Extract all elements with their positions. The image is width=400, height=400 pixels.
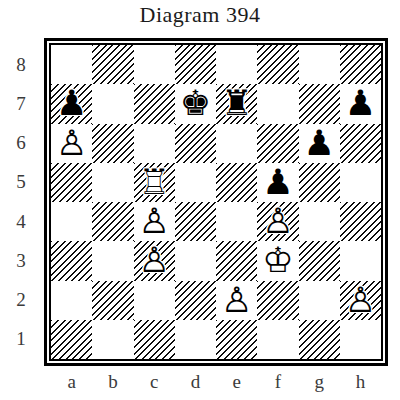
square-g6: ♟♟	[299, 124, 340, 163]
square-a1	[51, 320, 92, 359]
square-h3	[340, 241, 381, 280]
square-c4: ♟♙	[134, 202, 175, 241]
black-pawn-h7: ♟	[340, 84, 381, 123]
square-c3: ♟♙	[134, 241, 175, 280]
square-g4	[299, 202, 340, 241]
file-label-b: b	[92, 369, 133, 395]
square-d6	[175, 124, 216, 163]
square-d1	[175, 320, 216, 359]
square-d5	[175, 163, 216, 202]
square-b5	[92, 163, 133, 202]
square-e3	[216, 241, 257, 280]
square-a4	[51, 202, 92, 241]
square-g2	[299, 281, 340, 320]
square-a6: ♟♙	[51, 124, 92, 163]
square-e2: ♟♙	[216, 281, 257, 320]
square-d2	[175, 281, 216, 320]
file-label-a: a	[51, 369, 92, 395]
square-e8	[216, 45, 257, 84]
square-h8	[340, 45, 381, 84]
square-c8	[134, 45, 175, 84]
square-g7	[299, 84, 340, 123]
rank-label-6: 6	[8, 124, 34, 163]
rank-label-2: 2	[8, 281, 34, 320]
file-label-f: f	[257, 369, 298, 395]
black-rook-fill: ♜	[216, 84, 257, 123]
file-labels: abcdefgh	[51, 369, 381, 395]
white-pawn-fill: ♟	[216, 281, 257, 320]
rank-label-5: 5	[8, 163, 34, 202]
black-pawn-fill: ♟	[257, 163, 298, 202]
square-c1	[134, 320, 175, 359]
square-a8	[51, 45, 92, 84]
white-pawn-e2: ♙	[216, 281, 257, 320]
square-h2: ♟♙	[340, 281, 381, 320]
black-pawn-g6: ♟	[299, 124, 340, 163]
file-label-h: h	[340, 369, 381, 395]
square-a2	[51, 281, 92, 320]
square-g8	[299, 45, 340, 84]
white-rook-fill: ♜	[134, 163, 175, 202]
file-label-g: g	[299, 369, 340, 395]
white-pawn-c4: ♙	[134, 202, 175, 241]
square-e7: ♜♜	[216, 84, 257, 123]
square-g3	[299, 241, 340, 280]
black-pawn-fill: ♟	[340, 84, 381, 123]
white-pawn-fill: ♟	[134, 241, 175, 280]
white-pawn-a6: ♙	[51, 124, 92, 163]
square-f6	[257, 124, 298, 163]
square-h1	[340, 320, 381, 359]
square-b1	[92, 320, 133, 359]
white-pawn-c3: ♙	[134, 241, 175, 280]
square-a3	[51, 241, 92, 280]
white-king-fill: ♚	[257, 241, 298, 280]
square-b3	[92, 241, 133, 280]
square-f7	[257, 84, 298, 123]
black-rook-e7: ♜	[216, 84, 257, 123]
square-a5	[51, 163, 92, 202]
white-pawn-fill: ♟	[257, 202, 298, 241]
black-king-fill: ♚	[175, 84, 216, 123]
square-b8	[92, 45, 133, 84]
black-pawn-f5: ♟	[257, 163, 298, 202]
board-frame: ♟♟♚♚♜♜♟♟♟♙♟♟♜♖♟♟♟♙♟♙♟♙♚♔♟♙♟♙	[44, 38, 388, 366]
square-e1	[216, 320, 257, 359]
square-e4	[216, 202, 257, 241]
square-f2	[257, 281, 298, 320]
file-label-e: e	[216, 369, 257, 395]
white-pawn-f4: ♙	[257, 202, 298, 241]
square-f5: ♟♟	[257, 163, 298, 202]
square-h6	[340, 124, 381, 163]
square-b6	[92, 124, 133, 163]
white-pawn-fill: ♟	[134, 202, 175, 241]
rank-labels: 87654321	[8, 45, 34, 359]
chess-board: ♟♟♚♚♜♜♟♟♟♙♟♟♜♖♟♟♟♙♟♙♟♙♚♔♟♙♟♙	[49, 43, 383, 361]
square-e6	[216, 124, 257, 163]
white-rook-c5: ♖	[134, 163, 175, 202]
square-c2	[134, 281, 175, 320]
square-h7: ♟♟	[340, 84, 381, 123]
rank-label-4: 4	[8, 202, 34, 241]
square-d7: ♚♚	[175, 84, 216, 123]
square-d4	[175, 202, 216, 241]
square-c7	[134, 84, 175, 123]
square-g1	[299, 320, 340, 359]
black-king-d7: ♚	[175, 84, 216, 123]
rank-label-8: 8	[8, 45, 34, 84]
square-b4	[92, 202, 133, 241]
square-f4: ♟♙	[257, 202, 298, 241]
square-e5	[216, 163, 257, 202]
file-label-c: c	[134, 369, 175, 395]
square-d3	[175, 241, 216, 280]
square-a7: ♟♟	[51, 84, 92, 123]
rank-label-3: 3	[8, 241, 34, 280]
black-pawn-fill: ♟	[51, 84, 92, 123]
square-g5	[299, 163, 340, 202]
white-pawn-h2: ♙	[340, 281, 381, 320]
square-f3: ♚♔	[257, 241, 298, 280]
black-pawn-a7: ♟	[51, 84, 92, 123]
square-h5	[340, 163, 381, 202]
diagram-title: Diagram 394	[0, 2, 400, 28]
square-f8	[257, 45, 298, 84]
rank-label-1: 1	[8, 320, 34, 359]
white-king-f3: ♔	[257, 241, 298, 280]
chess-diagram-page: Diagram 394 87654321 ♟♟♚♚♜♜♟♟♟♙♟♟♜♖♟♟♟♙♟…	[0, 0, 400, 400]
square-c5: ♜♖	[134, 163, 175, 202]
square-d8	[175, 45, 216, 84]
square-f1	[257, 320, 298, 359]
square-h4	[340, 202, 381, 241]
square-b2	[92, 281, 133, 320]
white-pawn-fill: ♟	[51, 124, 92, 163]
rank-label-7: 7	[8, 84, 34, 123]
square-b7	[92, 84, 133, 123]
black-pawn-fill: ♟	[299, 124, 340, 163]
white-pawn-fill: ♟	[340, 281, 381, 320]
square-c6	[134, 124, 175, 163]
file-label-d: d	[175, 369, 216, 395]
